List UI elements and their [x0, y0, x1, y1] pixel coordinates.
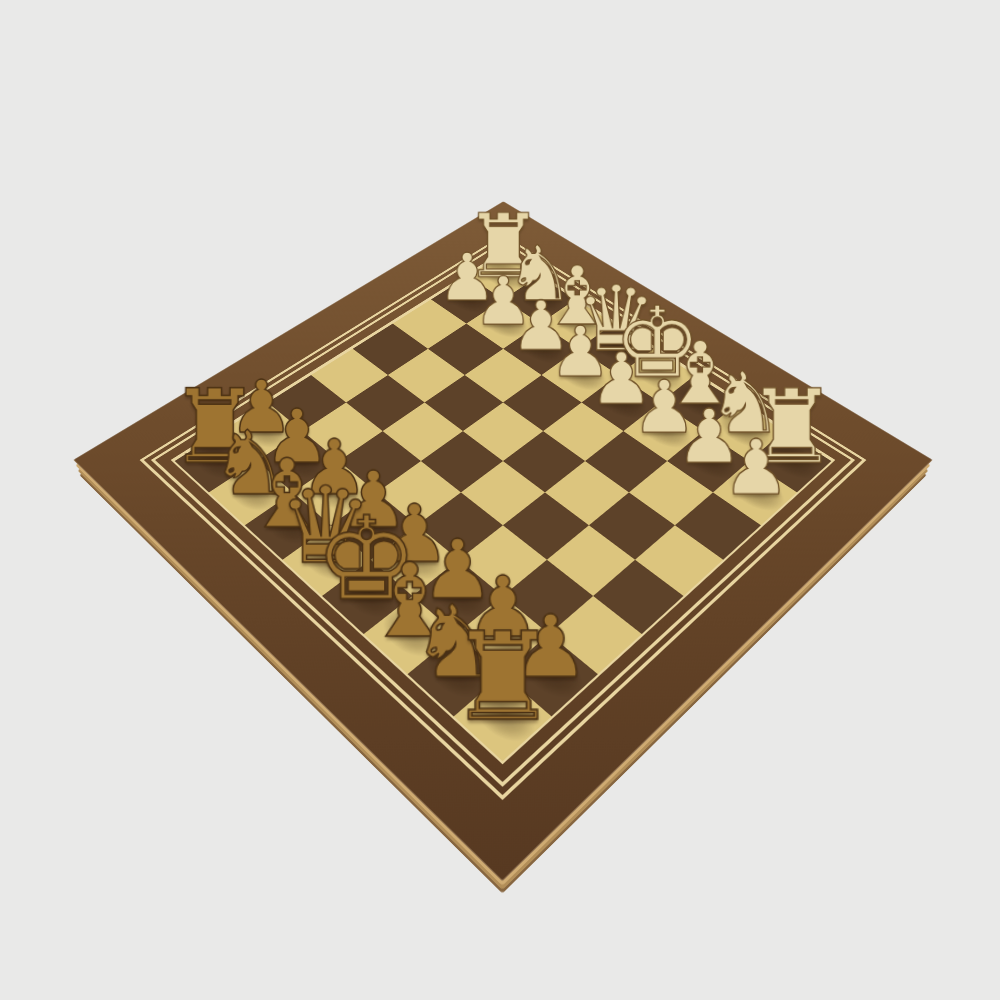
- chessboard: ♜♞♝♛♚♝♞♜♟♟♟♟♟♟♟♟♟♟♟♟♟♟♟♟♜♞♝♛♚♝♞♜: [73, 201, 933, 881]
- product-photo-scene: ♜♞♝♛♚♝♞♜♟♟♟♟♟♟♟♟♟♟♟♟♟♟♟♟♜♞♝♛♚♝♞♜: [0, 0, 1000, 1000]
- white-gold-rook-h1[interactable]: ♜: [431, 616, 575, 738]
- black-ivory-pawn-h7[interactable]: ♟: [694, 429, 817, 505]
